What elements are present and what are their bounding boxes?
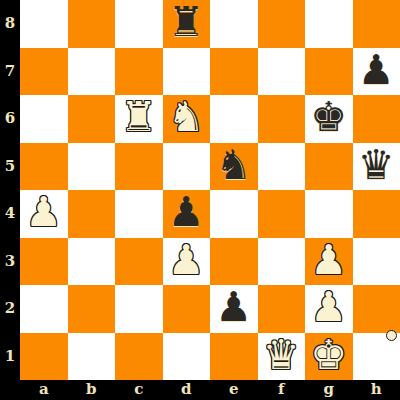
square-e3[interactable]: [210, 238, 258, 286]
square-d6[interactable]: ♞: [163, 95, 211, 143]
square-g3[interactable]: ♟: [305, 238, 353, 286]
square-a6[interactable]: [20, 95, 68, 143]
square-a4[interactable]: ♟: [20, 190, 68, 238]
square-h3[interactable]: [353, 238, 400, 286]
square-g4[interactable]: [305, 190, 353, 238]
square-f4[interactable]: [258, 190, 306, 238]
square-b6[interactable]: [68, 95, 116, 143]
square-h8[interactable]: [353, 0, 400, 48]
white-pawn-g3[interactable]: ♟: [310, 240, 347, 281]
white-rook-c6[interactable]: ♜: [120, 97, 157, 138]
rank-label-6: 6: [0, 95, 20, 143]
file-labels: abcdefgh: [20, 380, 400, 400]
square-c6[interactable]: ♜: [115, 95, 163, 143]
square-h7[interactable]: ♟: [353, 48, 400, 96]
square-f2[interactable]: [258, 285, 306, 333]
square-g1[interactable]: ♚: [305, 333, 353, 381]
square-c8[interactable]: [115, 0, 163, 48]
square-f7[interactable]: [258, 48, 306, 96]
square-b2[interactable]: [68, 285, 116, 333]
square-f6[interactable]: [258, 95, 306, 143]
square-b8[interactable]: [68, 0, 116, 48]
square-g2[interactable]: ♟: [305, 285, 353, 333]
square-e5[interactable]: ♞: [210, 143, 258, 191]
rank-label-8: 8: [0, 0, 20, 48]
square-e6[interactable]: [210, 95, 258, 143]
file-label-d: d: [163, 380, 211, 400]
file-label-f: f: [258, 380, 306, 400]
rank-label-3: 3: [0, 238, 20, 286]
rank-labels: 87654321: [0, 0, 20, 380]
square-d3[interactable]: ♟: [163, 238, 211, 286]
file-label-g: g: [305, 380, 353, 400]
white-pawn-g2[interactable]: ♟: [310, 287, 347, 328]
file-label-b: b: [68, 380, 116, 400]
square-d5[interactable]: [163, 143, 211, 191]
black-queen-h5[interactable]: ♛: [358, 145, 395, 186]
white-to-move-indicator-dot: [386, 330, 397, 341]
chess-board-screenshot: 87654321 ♜♟♜♞♚♞♛♟♟♟♟♟♟♛♚ abcdefgh: [0, 0, 400, 400]
square-b1[interactable]: [68, 333, 116, 381]
black-pawn-e2[interactable]: ♟: [215, 287, 252, 328]
square-e1[interactable]: [210, 333, 258, 381]
square-e7[interactable]: [210, 48, 258, 96]
square-f8[interactable]: [258, 0, 306, 48]
square-h4[interactable]: [353, 190, 400, 238]
rank-label-2: 2: [0, 285, 20, 333]
white-pawn-d3[interactable]: ♟: [168, 240, 205, 281]
square-c4[interactable]: [115, 190, 163, 238]
square-g8[interactable]: [305, 0, 353, 48]
square-a8[interactable]: [20, 0, 68, 48]
square-d1[interactable]: [163, 333, 211, 381]
square-f1[interactable]: ♛: [258, 333, 306, 381]
square-f3[interactable]: [258, 238, 306, 286]
square-a7[interactable]: [20, 48, 68, 96]
square-g5[interactable]: [305, 143, 353, 191]
square-b7[interactable]: [68, 48, 116, 96]
square-c2[interactable]: [115, 285, 163, 333]
square-c5[interactable]: [115, 143, 163, 191]
file-label-e: e: [210, 380, 258, 400]
rank-label-7: 7: [0, 48, 20, 96]
square-a5[interactable]: [20, 143, 68, 191]
square-h6[interactable]: [353, 95, 400, 143]
white-queen-f1[interactable]: ♛: [263, 335, 300, 376]
square-c7[interactable]: [115, 48, 163, 96]
white-pawn-a4[interactable]: ♟: [25, 192, 62, 233]
square-e4[interactable]: [210, 190, 258, 238]
rank-label-4: 4: [0, 190, 20, 238]
square-g6[interactable]: ♚: [305, 95, 353, 143]
square-f5[interactable]: [258, 143, 306, 191]
square-a3[interactable]: [20, 238, 68, 286]
square-c1[interactable]: [115, 333, 163, 381]
white-king-g1[interactable]: ♚: [310, 335, 347, 376]
square-d2[interactable]: [163, 285, 211, 333]
square-g7[interactable]: [305, 48, 353, 96]
square-b4[interactable]: [68, 190, 116, 238]
square-e2[interactable]: ♟: [210, 285, 258, 333]
black-pawn-h7[interactable]: ♟: [358, 50, 395, 91]
square-h2[interactable]: [353, 285, 400, 333]
square-a2[interactable]: [20, 285, 68, 333]
square-a1[interactable]: [20, 333, 68, 381]
black-pawn-d4[interactable]: ♟: [168, 192, 205, 233]
black-king-g6[interactable]: ♚: [310, 97, 347, 138]
black-rook-d8[interactable]: ♜: [168, 2, 205, 43]
file-label-c: c: [115, 380, 163, 400]
square-b3[interactable]: [68, 238, 116, 286]
square-c3[interactable]: [115, 238, 163, 286]
file-label-h: h: [353, 380, 400, 400]
black-knight-e5[interactable]: ♞: [215, 145, 252, 186]
rank-label-1: 1: [0, 333, 20, 381]
white-knight-d6[interactable]: ♞: [168, 97, 205, 138]
square-h5[interactable]: ♛: [353, 143, 400, 191]
square-d8[interactable]: ♜: [163, 0, 211, 48]
square-d4[interactable]: ♟: [163, 190, 211, 238]
square-b5[interactable]: [68, 143, 116, 191]
file-label-a: a: [20, 380, 68, 400]
square-e8[interactable]: [210, 0, 258, 48]
square-d7[interactable]: [163, 48, 211, 96]
rank-label-5: 5: [0, 143, 20, 191]
chess-board[interactable]: ♜♟♜♞♚♞♛♟♟♟♟♟♟♛♚: [20, 0, 400, 380]
